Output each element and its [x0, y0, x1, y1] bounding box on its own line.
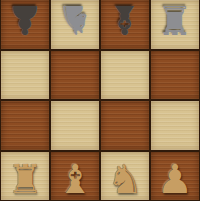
square-r0-c3[interactable]: ♜	[151, 0, 199, 49]
square-r2-c3[interactable]	[151, 101, 199, 150]
square-r3-c3[interactable]: ♟	[151, 152, 199, 201]
square-r0-c1[interactable]: ♞	[51, 0, 99, 49]
white-bishop: ♝	[57, 156, 93, 200]
square-r1-c2[interactable]	[101, 51, 149, 100]
square-r1-c1[interactable]	[51, 51, 99, 100]
square-r3-c2[interactable]: ♞	[101, 152, 149, 201]
square-r2-c0[interactable]	[1, 101, 49, 150]
square-r2-c1[interactable]	[51, 101, 99, 150]
square-r1-c3[interactable]	[151, 51, 199, 100]
black-knight: ♞	[57, 0, 93, 43]
square-r0-c2[interactable]: ♝	[101, 0, 149, 49]
square-r2-c2[interactable]	[101, 101, 149, 150]
black-bishop: ♝	[107, 0, 143, 43]
square-r1-c0[interactable]	[1, 51, 49, 100]
white-pawn: ♟	[157, 156, 193, 200]
black-rook: ♜	[157, 0, 193, 43]
black-pawn: ♟	[7, 0, 43, 43]
chess-board: ♟♞♝♜♜♝♞♟	[0, 0, 200, 200]
square-r3-c1[interactable]: ♝	[51, 152, 99, 201]
square-r0-c0[interactable]: ♟	[1, 0, 49, 49]
white-rook: ♜	[7, 156, 43, 200]
square-r3-c0[interactable]: ♜	[1, 152, 49, 201]
white-knight: ♞	[107, 156, 143, 200]
